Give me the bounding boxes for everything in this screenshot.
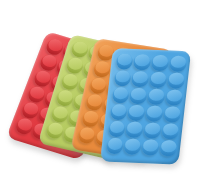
blue-mold-cup: [111, 87, 130, 104]
blue-mold-cup: [127, 105, 146, 122]
blue-mold-cup: [149, 71, 168, 88]
blue-mold-cup: [165, 89, 184, 106]
blue-mold-cup: [123, 139, 142, 156]
blue-mold-cup: [105, 138, 124, 155]
orange-mold-cup: [77, 127, 97, 145]
blue-mold-cup: [143, 122, 162, 139]
blue-mold-cup: [163, 106, 182, 123]
green-mold-cup: [69, 39, 90, 58]
blue-mold-cup: [129, 88, 148, 105]
blue-mold-cup: [133, 53, 152, 70]
blue-mold-cup: [131, 70, 150, 87]
blue-mold-cup: [147, 88, 166, 105]
green-mold-cup: [49, 105, 70, 124]
blue-mold: [100, 48, 191, 165]
blue-mold-cup: [151, 54, 170, 71]
blue-mold-cup: [109, 104, 128, 121]
orange-mold-cup: [84, 93, 104, 111]
orange-mold-cup: [88, 77, 108, 95]
blue-mold-cup: [159, 140, 178, 157]
blue-mold-cup: [107, 121, 126, 138]
green-mold-cup: [59, 72, 80, 91]
blue-mold-cup: [168, 55, 187, 72]
green-mold-cup: [44, 121, 65, 140]
blue-mold-cup: [167, 72, 186, 89]
blue-mold-cup: [113, 70, 132, 87]
green-mold-cup: [54, 89, 75, 108]
blue-mold-cup: [161, 123, 180, 140]
blue-mold-cup: [115, 53, 134, 70]
product-photo-muffin-molds: [0, 0, 200, 183]
green-mold-cup: [64, 56, 85, 75]
blue-mold-cup: [125, 122, 144, 139]
orange-mold-cup: [80, 110, 100, 128]
blue-mold-cup: [141, 139, 160, 156]
blue-mold-cup: [145, 105, 164, 122]
